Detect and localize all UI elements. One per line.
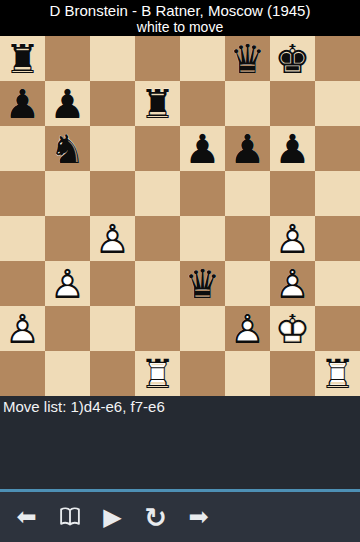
toolbar: ⬅ ▶ ↻ ➡: [0, 492, 360, 542]
square-g3[interactable]: ♟♙: [270, 261, 315, 306]
square-c5[interactable]: [90, 171, 135, 216]
square-c4[interactable]: ♟♙: [90, 216, 135, 261]
square-e7[interactable]: [180, 81, 225, 126]
square-a8[interactable]: ♖♜: [0, 36, 45, 81]
black-pawn[interactable]: ♙♟: [270, 126, 315, 171]
square-h3[interactable]: [315, 261, 360, 306]
white-king[interactable]: ♚♔: [270, 306, 315, 351]
black-rook[interactable]: ♖♜: [0, 36, 45, 81]
square-a6[interactable]: [0, 126, 45, 171]
square-g6[interactable]: ♙♟: [270, 126, 315, 171]
header: D Bronstein - B Ratner, Moscow (1945) wh…: [0, 0, 360, 36]
refresh-icon: ↻: [144, 504, 167, 531]
square-e1[interactable]: [180, 351, 225, 396]
square-h1[interactable]: ♜♖: [315, 351, 360, 396]
square-a1[interactable]: [0, 351, 45, 396]
black-king[interactable]: ♔♚: [270, 36, 315, 81]
forward-button[interactable]: ➡: [177, 494, 220, 540]
chess-board[interactable]: ♖♜♕♛♔♚♙♟♙♟♖♜♘♞♙♟♙♟♙♟♟♙♟♙♟♙♕♛♟♙♟♙♟♙♚♔♜♖♜♖: [0, 36, 360, 396]
square-c8[interactable]: [90, 36, 135, 81]
square-a4[interactable]: [0, 216, 45, 261]
square-d5[interactable]: [135, 171, 180, 216]
square-d3[interactable]: [135, 261, 180, 306]
black-pawn[interactable]: ♙♟: [0, 81, 45, 126]
black-pawn[interactable]: ♙♟: [225, 126, 270, 171]
game-title: D Bronstein - B Ratner, Moscow (1945): [0, 0, 360, 20]
back-button[interactable]: ⬅: [5, 494, 48, 540]
black-pawn[interactable]: ♙♟: [180, 126, 225, 171]
black-queen[interactable]: ♕♛: [180, 261, 225, 306]
square-f3[interactable]: [225, 261, 270, 306]
square-h4[interactable]: [315, 216, 360, 261]
white-rook[interactable]: ♜♖: [135, 351, 180, 396]
square-h6[interactable]: [315, 126, 360, 171]
square-d4[interactable]: [135, 216, 180, 261]
square-d1[interactable]: ♜♖: [135, 351, 180, 396]
black-pawn[interactable]: ♙♟: [45, 81, 90, 126]
side-to-move-label: white to move: [0, 20, 360, 35]
square-h5[interactable]: [315, 171, 360, 216]
square-e5[interactable]: [180, 171, 225, 216]
square-f8[interactable]: ♕♛: [225, 36, 270, 81]
square-e3[interactable]: ♕♛: [180, 261, 225, 306]
square-b4[interactable]: [45, 216, 90, 261]
square-b7[interactable]: ♙♟: [45, 81, 90, 126]
open-book-icon: [57, 504, 83, 530]
move-list-text: Move list: 1)d4-e6, f7-e6: [3, 398, 165, 415]
square-e2[interactable]: [180, 306, 225, 351]
refresh-button[interactable]: ↻: [134, 494, 177, 540]
square-f5[interactable]: [225, 171, 270, 216]
square-h2[interactable]: [315, 306, 360, 351]
forward-arrow-icon: ➡: [188, 505, 208, 529]
square-c1[interactable]: [90, 351, 135, 396]
square-a2[interactable]: ♟♙: [0, 306, 45, 351]
white-pawn[interactable]: ♟♙: [90, 216, 135, 261]
book-button[interactable]: [48, 494, 91, 540]
white-pawn[interactable]: ♟♙: [270, 261, 315, 306]
square-g2[interactable]: ♚♔: [270, 306, 315, 351]
black-knight[interactable]: ♘♞: [45, 126, 90, 171]
square-a7[interactable]: ♙♟: [0, 81, 45, 126]
square-b5[interactable]: [45, 171, 90, 216]
black-rook[interactable]: ♖♜: [135, 81, 180, 126]
white-pawn[interactable]: ♟♙: [270, 216, 315, 261]
square-b1[interactable]: [45, 351, 90, 396]
square-g1[interactable]: [270, 351, 315, 396]
square-f2[interactable]: ♟♙: [225, 306, 270, 351]
square-b3[interactable]: ♟♙: [45, 261, 90, 306]
white-pawn[interactable]: ♟♙: [0, 306, 45, 351]
square-f1[interactable]: [225, 351, 270, 396]
square-f6[interactable]: ♙♟: [225, 126, 270, 171]
white-rook[interactable]: ♜♖: [315, 351, 360, 396]
square-c6[interactable]: [90, 126, 135, 171]
square-f7[interactable]: [225, 81, 270, 126]
square-d7[interactable]: ♖♜: [135, 81, 180, 126]
square-g8[interactable]: ♔♚: [270, 36, 315, 81]
play-icon: ▶: [103, 505, 121, 529]
square-d2[interactable]: [135, 306, 180, 351]
square-g5[interactable]: [270, 171, 315, 216]
play-button[interactable]: ▶: [91, 494, 134, 540]
square-b2[interactable]: [45, 306, 90, 351]
square-b8[interactable]: [45, 36, 90, 81]
square-e6[interactable]: ♙♟: [180, 126, 225, 171]
app-screen: D Bronstein - B Ratner, Moscow (1945) wh…: [0, 0, 360, 542]
square-b6[interactable]: ♘♞: [45, 126, 90, 171]
square-e8[interactable]: [180, 36, 225, 81]
square-d6[interactable]: [135, 126, 180, 171]
square-g7[interactable]: [270, 81, 315, 126]
square-h8[interactable]: [315, 36, 360, 81]
square-c2[interactable]: [90, 306, 135, 351]
square-a5[interactable]: [0, 171, 45, 216]
move-list-panel: Move list: 1)d4-e6, f7-e6: [0, 396, 360, 489]
square-c7[interactable]: [90, 81, 135, 126]
square-g4[interactable]: ♟♙: [270, 216, 315, 261]
white-pawn[interactable]: ♟♙: [225, 306, 270, 351]
square-a3[interactable]: [0, 261, 45, 306]
square-f4[interactable]: [225, 216, 270, 261]
square-d8[interactable]: [135, 36, 180, 81]
square-c3[interactable]: [90, 261, 135, 306]
black-queen[interactable]: ♕♛: [225, 36, 270, 81]
square-e4[interactable]: [180, 216, 225, 261]
square-h7[interactable]: [315, 81, 360, 126]
back-arrow-icon: ⬅: [16, 505, 36, 529]
white-pawn[interactable]: ♟♙: [45, 261, 90, 306]
